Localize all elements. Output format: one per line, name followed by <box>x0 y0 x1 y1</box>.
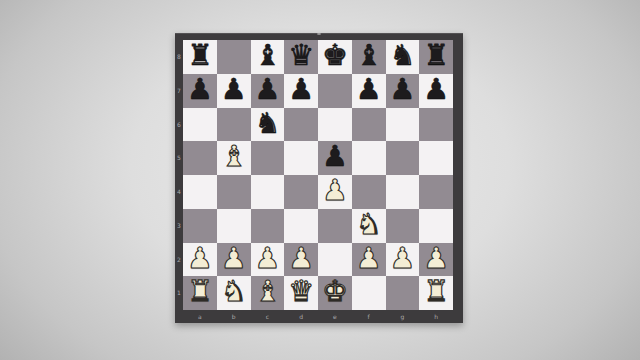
square-e2[interactable] <box>318 243 352 277</box>
piece-white-pawn[interactable]: ♟ <box>389 242 415 276</box>
piece-white-rook[interactable]: ♜ <box>187 275 213 309</box>
chess-board: ♜♝♛♚♝♞♜♟♟♟♟♟♟♟♞♝♟♟♞♟♟♟♟♟♟♟♜♞♝♛♚♜ <box>183 40 453 310</box>
piece-black-rook[interactable]: ♜ <box>423 39 449 73</box>
file-label-e: e <box>318 310 352 323</box>
square-g7[interactable]: ♟ <box>386 74 420 108</box>
square-f5[interactable] <box>352 141 386 175</box>
square-d7[interactable]: ♟ <box>284 74 318 108</box>
square-a3[interactable] <box>183 209 217 243</box>
piece-white-queen[interactable]: ♛ <box>288 275 314 309</box>
square-c7[interactable]: ♟ <box>251 74 285 108</box>
piece-white-bishop[interactable]: ♝ <box>221 140 247 174</box>
square-b5[interactable]: ♝ <box>217 141 251 175</box>
square-g3[interactable] <box>386 209 420 243</box>
square-b3[interactable] <box>217 209 251 243</box>
square-b6[interactable] <box>217 108 251 142</box>
piece-white-knight[interactable]: ♞ <box>356 208 382 242</box>
square-e8[interactable]: ♚ <box>318 40 352 74</box>
square-c2[interactable]: ♟ <box>251 243 285 277</box>
square-a6[interactable] <box>183 108 217 142</box>
square-b8[interactable] <box>217 40 251 74</box>
square-f2[interactable]: ♟ <box>352 243 386 277</box>
piece-white-rook[interactable]: ♜ <box>423 275 449 309</box>
piece-black-pawn[interactable]: ♟ <box>423 73 449 107</box>
piece-black-pawn[interactable]: ♟ <box>221 73 247 107</box>
square-h3[interactable] <box>419 209 453 243</box>
piece-white-king[interactable]: ♚ <box>322 275 348 309</box>
piece-black-pawn[interactable]: ♟ <box>187 73 213 107</box>
square-c1[interactable]: ♝ <box>251 276 285 310</box>
file-label-h: h <box>419 310 453 323</box>
square-f1[interactable] <box>352 276 386 310</box>
square-g1[interactable] <box>386 276 420 310</box>
piece-black-bishop[interactable]: ♝ <box>356 39 382 73</box>
square-a4[interactable] <box>183 175 217 209</box>
file-label-a: a <box>183 310 217 323</box>
piece-black-pawn[interactable]: ♟ <box>389 73 415 107</box>
frame-highlight <box>317 33 321 35</box>
piece-white-pawn[interactable]: ♟ <box>356 242 382 276</box>
piece-black-bishop[interactable]: ♝ <box>254 39 280 73</box>
square-h7[interactable]: ♟ <box>419 74 453 108</box>
piece-white-pawn[interactable]: ♟ <box>187 242 213 276</box>
file-label-b: b <box>217 310 251 323</box>
square-d8[interactable]: ♛ <box>284 40 318 74</box>
rank-label-7: 7 <box>175 74 183 108</box>
square-b7[interactable]: ♟ <box>217 74 251 108</box>
piece-white-bishop[interactable]: ♝ <box>254 275 280 309</box>
square-d1[interactable]: ♛ <box>284 276 318 310</box>
file-label-f: f <box>352 310 386 323</box>
piece-black-rook[interactable]: ♜ <box>187 39 213 73</box>
square-e3[interactable] <box>318 209 352 243</box>
rank-label-3: 3 <box>175 209 183 243</box>
square-g6[interactable] <box>386 108 420 142</box>
square-b1[interactable]: ♞ <box>217 276 251 310</box>
square-a8[interactable]: ♜ <box>183 40 217 74</box>
square-e7[interactable] <box>318 74 352 108</box>
piece-black-knight[interactable]: ♞ <box>254 107 280 141</box>
piece-white-pawn[interactable]: ♟ <box>423 242 449 276</box>
piece-white-pawn[interactable]: ♟ <box>322 174 348 208</box>
square-c4[interactable] <box>251 175 285 209</box>
file-label-c: c <box>251 310 285 323</box>
square-h4[interactable] <box>419 175 453 209</box>
rank-label-2: 2 <box>175 243 183 277</box>
square-a7[interactable]: ♟ <box>183 74 217 108</box>
square-e5[interactable]: ♟ <box>318 141 352 175</box>
square-f3[interactable]: ♞ <box>352 209 386 243</box>
piece-black-king[interactable]: ♚ <box>322 39 348 73</box>
square-c3[interactable] <box>251 209 285 243</box>
file-label-g: g <box>386 310 420 323</box>
square-b2[interactable]: ♟ <box>217 243 251 277</box>
square-d3[interactable] <box>284 209 318 243</box>
square-c6[interactable]: ♞ <box>251 108 285 142</box>
square-a5[interactable] <box>183 141 217 175</box>
piece-black-pawn[interactable]: ♟ <box>322 140 348 174</box>
page-background: { "game": "chess", "position": { "fen": … <box>0 0 640 360</box>
square-d4[interactable] <box>284 175 318 209</box>
piece-white-pawn[interactable]: ♟ <box>221 242 247 276</box>
square-b4[interactable] <box>217 175 251 209</box>
square-c8[interactable]: ♝ <box>251 40 285 74</box>
piece-black-pawn[interactable]: ♟ <box>254 73 280 107</box>
piece-white-pawn[interactable]: ♟ <box>254 242 280 276</box>
square-g2[interactable]: ♟ <box>386 243 420 277</box>
square-f6[interactable] <box>352 108 386 142</box>
square-c5[interactable] <box>251 141 285 175</box>
square-g5[interactable] <box>386 141 420 175</box>
square-f8[interactable]: ♝ <box>352 40 386 74</box>
file-label-d: d <box>284 310 318 323</box>
square-a1[interactable]: ♜ <box>183 276 217 310</box>
square-e6[interactable] <box>318 108 352 142</box>
square-e4[interactable]: ♟ <box>318 175 352 209</box>
square-e1[interactable]: ♚ <box>318 276 352 310</box>
piece-black-knight[interactable]: ♞ <box>389 39 415 73</box>
piece-white-knight[interactable]: ♞ <box>221 275 247 309</box>
piece-black-pawn[interactable]: ♟ <box>288 73 314 107</box>
rank-label-4: 4 <box>175 175 183 209</box>
piece-black-pawn[interactable]: ♟ <box>356 73 382 107</box>
square-h5[interactable] <box>419 141 453 175</box>
square-h1[interactable]: ♜ <box>419 276 453 310</box>
square-h6[interactable] <box>419 108 453 142</box>
square-f7[interactable]: ♟ <box>352 74 386 108</box>
piece-black-queen[interactable]: ♛ <box>288 39 314 73</box>
square-h2[interactable]: ♟ <box>419 243 453 277</box>
square-g8[interactable]: ♞ <box>386 40 420 74</box>
rank-label-1: 1 <box>175 276 183 310</box>
square-d5[interactable] <box>284 141 318 175</box>
square-f4[interactable] <box>352 175 386 209</box>
square-d2[interactable]: ♟ <box>284 243 318 277</box>
rank-label-8: 8 <box>175 40 183 74</box>
square-d6[interactable] <box>284 108 318 142</box>
square-a2[interactable]: ♟ <box>183 243 217 277</box>
piece-white-pawn[interactable]: ♟ <box>288 242 314 276</box>
rank-label-6: 6 <box>175 108 183 142</box>
chess-board-frame: ♜♝♛♚♝♞♜♟♟♟♟♟♟♟♞♝♟♟♞♟♟♟♟♟♟♟♜♞♝♛♚♜ 8765432… <box>175 33 463 323</box>
square-g4[interactable] <box>386 175 420 209</box>
rank-label-5: 5 <box>175 141 183 175</box>
square-h8[interactable]: ♜ <box>419 40 453 74</box>
